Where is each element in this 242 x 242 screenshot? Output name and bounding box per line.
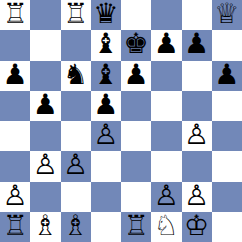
piece-white-rook: ♖ [63, 0, 88, 28]
square-h8[interactable]: ♕ [212, 0, 242, 30]
square-h4[interactable] [212, 121, 242, 151]
square-d3[interactable] [91, 151, 121, 181]
square-e3[interactable] [121, 151, 151, 181]
square-d8[interactable]: ♛ [91, 0, 121, 30]
square-d2[interactable] [91, 182, 121, 212]
piece-black-pawn: ♟ [214, 61, 239, 89]
piece-black-pawn: ♟ [33, 91, 58, 119]
square-h2[interactable] [212, 182, 242, 212]
square-g4[interactable]: ♙ [182, 121, 212, 151]
square-c6[interactable]: ♞ [61, 61, 91, 91]
square-d7[interactable]: ♝ [91, 30, 121, 60]
square-h1[interactable] [212, 212, 242, 242]
piece-white-rook: ♖ [124, 212, 149, 240]
square-e6[interactable]: ♟ [121, 61, 151, 91]
square-c7[interactable] [61, 30, 91, 60]
square-b2[interactable] [30, 182, 60, 212]
square-c2[interactable] [61, 182, 91, 212]
square-e8[interactable] [121, 0, 151, 30]
square-b4[interactable] [30, 121, 60, 151]
piece-white-bishop: ♗ [63, 212, 88, 240]
piece-black-knight: ♞ [63, 61, 88, 89]
square-g8[interactable] [182, 0, 212, 30]
piece-white-king: ♔ [184, 212, 209, 240]
square-b7[interactable] [30, 30, 60, 60]
piece-black-king: ♚ [124, 30, 149, 58]
square-f7[interactable]: ♟ [151, 30, 181, 60]
square-a6[interactable]: ♟ [0, 61, 30, 91]
square-e4[interactable] [121, 121, 151, 151]
piece-black-pawn: ♟ [124, 61, 149, 89]
square-e2[interactable] [121, 182, 151, 212]
square-d5[interactable]: ♟ [91, 91, 121, 121]
square-f3[interactable] [151, 151, 181, 181]
piece-white-pawn: ♙ [184, 182, 209, 210]
square-b8[interactable] [30, 0, 60, 30]
square-e1[interactable]: ♖ [121, 212, 151, 242]
piece-white-queen: ♕ [214, 0, 239, 28]
piece-white-pawn: ♙ [93, 121, 118, 149]
square-b6[interactable] [30, 61, 60, 91]
square-a1[interactable]: ♖ [0, 212, 30, 242]
square-d1[interactable] [91, 212, 121, 242]
square-f1[interactable]: ♘ [151, 212, 181, 242]
square-c1[interactable]: ♗ [61, 212, 91, 242]
square-f2[interactable]: ♙ [151, 182, 181, 212]
piece-black-queen: ♛ [93, 0, 118, 28]
square-e7[interactable]: ♚ [121, 30, 151, 60]
piece-white-pawn: ♙ [154, 182, 179, 210]
square-g5[interactable] [182, 91, 212, 121]
square-a2[interactable]: ♙ [0, 182, 30, 212]
piece-black-bishop: ♝ [93, 61, 118, 89]
square-f5[interactable] [151, 91, 181, 121]
square-c5[interactable] [61, 91, 91, 121]
square-g2[interactable]: ♙ [182, 182, 212, 212]
piece-white-pawn: ♙ [33, 151, 58, 179]
piece-black-pawn: ♟ [154, 30, 179, 58]
square-h6[interactable]: ♟ [212, 61, 242, 91]
square-h7[interactable] [212, 30, 242, 60]
piece-black-pawn: ♟ [93, 91, 118, 119]
piece-white-knight: ♘ [154, 212, 179, 240]
piece-black-pawn: ♟ [184, 30, 209, 58]
square-g3[interactable] [182, 151, 212, 181]
square-g6[interactable] [182, 61, 212, 91]
piece-white-pawn: ♙ [63, 151, 88, 179]
square-f4[interactable] [151, 121, 181, 151]
square-c8[interactable]: ♖ [61, 0, 91, 30]
chess-board: ♖♖♛♕♝♚♟♟♟♞♝♟♟♟♟♙♙♙♙♙♙♙♖♗♗♖♘♔ [0, 0, 242, 242]
square-d6[interactable]: ♝ [91, 61, 121, 91]
square-e5[interactable] [121, 91, 151, 121]
square-h5[interactable] [212, 91, 242, 121]
piece-black-bishop: ♝ [93, 30, 118, 58]
square-a8[interactable]: ♖ [0, 0, 30, 30]
square-h3[interactable] [212, 151, 242, 181]
square-g1[interactable]: ♔ [182, 212, 212, 242]
square-a5[interactable] [0, 91, 30, 121]
piece-white-bishop: ♗ [33, 212, 58, 240]
piece-white-pawn: ♙ [3, 182, 28, 210]
square-c3[interactable]: ♙ [61, 151, 91, 181]
square-d4[interactable]: ♙ [91, 121, 121, 151]
square-f6[interactable] [151, 61, 181, 91]
piece-white-rook: ♖ [3, 212, 28, 240]
square-g7[interactable]: ♟ [182, 30, 212, 60]
square-a3[interactable] [0, 151, 30, 181]
piece-black-pawn: ♟ [3, 61, 28, 89]
square-c4[interactable] [61, 121, 91, 151]
piece-white-pawn: ♙ [184, 121, 209, 149]
square-f8[interactable] [151, 0, 181, 30]
piece-white-rook: ♖ [3, 0, 28, 28]
square-a7[interactable] [0, 30, 30, 60]
square-b1[interactable]: ♗ [30, 212, 60, 242]
square-b5[interactable]: ♟ [30, 91, 60, 121]
square-b3[interactable]: ♙ [30, 151, 60, 181]
square-a4[interactable] [0, 121, 30, 151]
